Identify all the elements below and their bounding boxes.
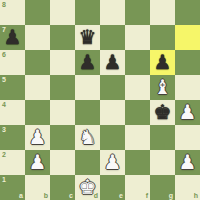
- square-e1[interactable]: e: [100, 175, 125, 200]
- square-e8[interactable]: [100, 0, 125, 25]
- square-c8[interactable]: [50, 0, 75, 25]
- rank-label-5: 5: [2, 76, 6, 83]
- square-d8[interactable]: [75, 0, 100, 25]
- square-h1[interactable]: h: [175, 175, 200, 200]
- black-pawn: ♟: [75, 50, 100, 75]
- square-b6[interactable]: [25, 50, 50, 75]
- square-c7[interactable]: [50, 25, 75, 50]
- square-f7[interactable]: [125, 25, 150, 50]
- square-a2[interactable]: 2: [0, 150, 25, 175]
- square-f3[interactable]: [125, 125, 150, 150]
- white-pawn: ♟: [25, 150, 50, 175]
- file-label-b: b: [44, 192, 48, 199]
- square-h7[interactable]: [175, 25, 200, 50]
- rank-label-1: 1: [2, 176, 6, 183]
- square-e2[interactable]: ♟: [100, 150, 125, 175]
- square-h6[interactable]: [175, 50, 200, 75]
- square-h4[interactable]: ♟: [175, 100, 200, 125]
- square-e5[interactable]: [100, 75, 125, 100]
- square-f8[interactable]: [125, 0, 150, 25]
- white-pawn: ♟: [100, 150, 125, 175]
- file-label-a: a: [19, 192, 23, 199]
- square-c2[interactable]: [50, 150, 75, 175]
- square-h3[interactable]: [175, 125, 200, 150]
- square-a6[interactable]: 6: [0, 50, 25, 75]
- square-a5[interactable]: 5: [0, 75, 25, 100]
- file-label-c: c: [69, 192, 73, 199]
- square-b2[interactable]: ♟: [25, 150, 50, 175]
- white-knight: ♞: [75, 125, 100, 150]
- square-d7[interactable]: ♛: [75, 25, 100, 50]
- rank-label-4: 4: [2, 101, 6, 108]
- square-b4[interactable]: [25, 100, 50, 125]
- rank-label-2: 2: [2, 151, 6, 158]
- square-h2[interactable]: ♟: [175, 150, 200, 175]
- square-b8[interactable]: [25, 0, 50, 25]
- square-a7[interactable]: 7♟: [0, 25, 25, 50]
- square-h5[interactable]: [175, 75, 200, 100]
- square-f5[interactable]: [125, 75, 150, 100]
- black-pawn: ♟: [100, 50, 125, 75]
- square-d3[interactable]: ♞: [75, 125, 100, 150]
- square-e3[interactable]: [100, 125, 125, 150]
- rank-label-3: 3: [2, 126, 6, 133]
- square-f4[interactable]: [125, 100, 150, 125]
- black-king: ♚: [150, 100, 175, 125]
- file-label-h: h: [194, 192, 198, 199]
- file-label-e: e: [119, 192, 123, 199]
- square-g6[interactable]: ♟: [150, 50, 175, 75]
- square-b1[interactable]: b: [25, 175, 50, 200]
- square-d2[interactable]: [75, 150, 100, 175]
- square-f6[interactable]: [125, 50, 150, 75]
- square-c3[interactable]: [50, 125, 75, 150]
- square-d4[interactable]: [75, 100, 100, 125]
- square-d1[interactable]: d♚: [75, 175, 100, 200]
- square-d6[interactable]: ♟: [75, 50, 100, 75]
- black-pawn: ♟: [150, 50, 175, 75]
- square-g4[interactable]: ♚: [150, 100, 175, 125]
- square-a3[interactable]: 3: [0, 125, 25, 150]
- white-pawn: ♟: [25, 125, 50, 150]
- file-label-g: g: [169, 192, 173, 199]
- square-b5[interactable]: [25, 75, 50, 100]
- square-a1[interactable]: 1a: [0, 175, 25, 200]
- white-pawn: ♟: [175, 150, 200, 175]
- square-g7[interactable]: [150, 25, 175, 50]
- file-label-f: f: [146, 192, 148, 199]
- square-a8[interactable]: 8: [0, 0, 25, 25]
- black-pawn: ♟: [0, 25, 25, 50]
- square-e7[interactable]: [100, 25, 125, 50]
- square-d5[interactable]: [75, 75, 100, 100]
- square-c6[interactable]: [50, 50, 75, 75]
- square-f2[interactable]: [125, 150, 150, 175]
- square-g5[interactable]: ♝: [150, 75, 175, 100]
- square-c1[interactable]: c: [50, 175, 75, 200]
- chess-board: 87♟♛6♟♟♟5♝4♚♟3♟♞2♟♟♟1abcd♚efgh: [0, 0, 200, 200]
- square-a4[interactable]: 4: [0, 100, 25, 125]
- white-bishop: ♝: [150, 75, 175, 100]
- rank-label-8: 8: [2, 1, 6, 8]
- square-g3[interactable]: [150, 125, 175, 150]
- black-queen: ♛: [75, 25, 100, 50]
- rank-label-6: 6: [2, 51, 6, 58]
- square-e6[interactable]: ♟: [100, 50, 125, 75]
- white-pawn: ♟: [175, 100, 200, 125]
- square-e4[interactable]: [100, 100, 125, 125]
- square-b3[interactable]: ♟: [25, 125, 50, 150]
- square-b7[interactable]: [25, 25, 50, 50]
- square-f1[interactable]: f: [125, 175, 150, 200]
- square-g8[interactable]: [150, 0, 175, 25]
- white-king: ♚: [75, 175, 100, 200]
- square-g1[interactable]: g: [150, 175, 175, 200]
- square-c5[interactable]: [50, 75, 75, 100]
- square-c4[interactable]: [50, 100, 75, 125]
- square-h8[interactable]: [175, 0, 200, 25]
- square-g2[interactable]: [150, 150, 175, 175]
